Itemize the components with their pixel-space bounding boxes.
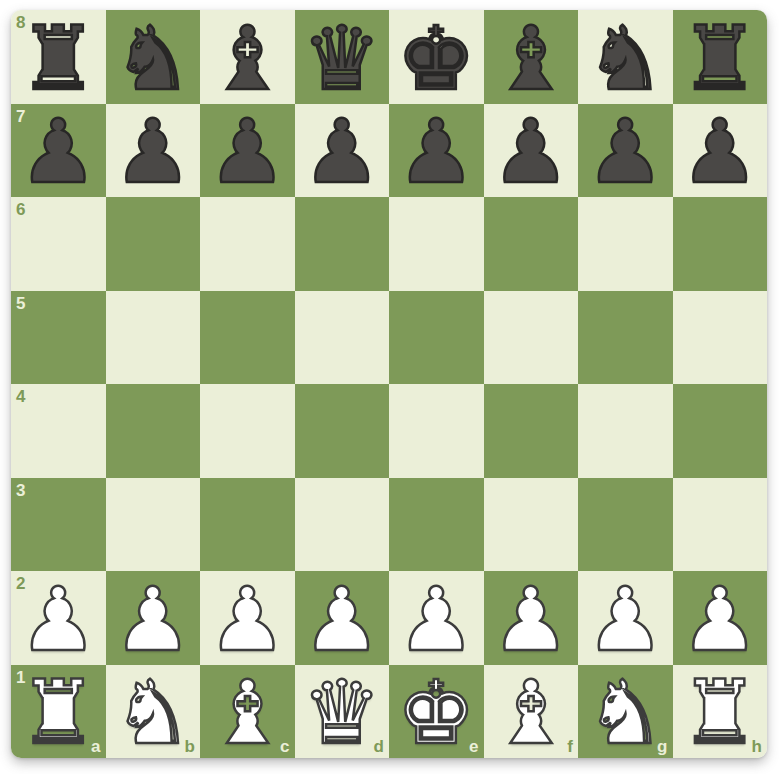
square-e2[interactable]: ♟︎ <box>389 571 484 665</box>
square-d6[interactable] <box>295 197 390 291</box>
square-d4[interactable] <box>295 384 390 478</box>
black-rook-a8[interactable]: ♜ <box>19 11 98 103</box>
square-c4[interactable] <box>200 384 295 478</box>
square-a4[interactable]: 4 <box>11 384 106 478</box>
white-king-e1[interactable]: ♚ <box>397 665 476 757</box>
square-h7[interactable]: ♟︎ <box>673 104 768 198</box>
square-c5[interactable] <box>200 291 295 385</box>
square-a6[interactable]: 6 <box>11 197 106 291</box>
white-rook-a1[interactable]: ♜ <box>19 665 98 757</box>
rank-label-1: 1 <box>16 669 25 686</box>
black-bishop-f8[interactable]: ♝ <box>491 11 570 103</box>
black-pawn-c7[interactable]: ♟︎ <box>208 104 287 196</box>
square-f8[interactable]: ♝ <box>484 10 579 104</box>
file-label-c: c <box>280 738 289 755</box>
square-c2[interactable]: ♟︎ <box>200 571 295 665</box>
square-g4[interactable] <box>578 384 673 478</box>
file-label-a: a <box>91 738 100 755</box>
black-queen-d8[interactable]: ♛ <box>302 11 381 103</box>
white-pawn-c2[interactable]: ♟︎ <box>208 572 287 664</box>
square-e5[interactable] <box>389 291 484 385</box>
square-g2[interactable]: ♟︎ <box>578 571 673 665</box>
square-h1[interactable]: h♜ <box>673 665 768 759</box>
square-b3[interactable] <box>106 478 201 572</box>
square-b2[interactable]: ♟︎ <box>106 571 201 665</box>
square-g5[interactable] <box>578 291 673 385</box>
white-pawn-h2[interactable]: ♟︎ <box>680 572 759 664</box>
square-f6[interactable] <box>484 197 579 291</box>
square-b6[interactable] <box>106 197 201 291</box>
square-c8[interactable]: ♝ <box>200 10 295 104</box>
square-e3[interactable] <box>389 478 484 572</box>
square-e6[interactable] <box>389 197 484 291</box>
square-a3[interactable]: 3 <box>11 478 106 572</box>
file-label-g: g <box>657 738 667 755</box>
black-knight-g8[interactable]: ♞ <box>586 11 665 103</box>
white-pawn-g2[interactable]: ♟︎ <box>586 572 665 664</box>
white-pawn-d2[interactable]: ♟︎ <box>302 572 381 664</box>
black-bishop-c8[interactable]: ♝ <box>208 11 287 103</box>
square-e7[interactable]: ♟︎ <box>389 104 484 198</box>
square-d3[interactable] <box>295 478 390 572</box>
square-f5[interactable] <box>484 291 579 385</box>
square-g3[interactable] <box>578 478 673 572</box>
square-b1[interactable]: b♞ <box>106 665 201 759</box>
white-pawn-f2[interactable]: ♟︎ <box>491 572 570 664</box>
rank-label-8: 8 <box>16 14 25 31</box>
white-pawn-a2[interactable]: ♟︎ <box>19 572 98 664</box>
black-pawn-f7[interactable]: ♟︎ <box>491 104 570 196</box>
square-a2[interactable]: 2♟︎ <box>11 571 106 665</box>
square-e4[interactable] <box>389 384 484 478</box>
square-d8[interactable]: ♛ <box>295 10 390 104</box>
page: 8♜♞♝♛♚♝♞♜7♟︎♟︎♟︎♟︎♟︎♟︎♟︎♟︎65432♟︎♟︎♟︎♟︎♟… <box>0 0 779 774</box>
square-a1[interactable]: 1a♜ <box>11 665 106 759</box>
square-d1[interactable]: d♛ <box>295 665 390 759</box>
black-pawn-e7[interactable]: ♟︎ <box>397 104 476 196</box>
square-b7[interactable]: ♟︎ <box>106 104 201 198</box>
file-label-d: d <box>374 738 384 755</box>
square-f2[interactable]: ♟︎ <box>484 571 579 665</box>
square-e1[interactable]: e♚ <box>389 665 484 759</box>
square-e8[interactable]: ♚ <box>389 10 484 104</box>
white-bishop-f1[interactable]: ♝ <box>491 665 570 757</box>
square-c1[interactable]: c♝ <box>200 665 295 759</box>
square-f1[interactable]: f♝ <box>484 665 579 759</box>
black-rook-h8[interactable]: ♜ <box>680 11 759 103</box>
square-h4[interactable] <box>673 384 768 478</box>
black-pawn-a7[interactable]: ♟︎ <box>19 104 98 196</box>
white-queen-d1[interactable]: ♛ <box>302 665 381 757</box>
white-pawn-b2[interactable]: ♟︎ <box>113 572 192 664</box>
square-h3[interactable] <box>673 478 768 572</box>
square-f3[interactable] <box>484 478 579 572</box>
square-d2[interactable]: ♟︎ <box>295 571 390 665</box>
square-g7[interactable]: ♟︎ <box>578 104 673 198</box>
black-pawn-d7[interactable]: ♟︎ <box>302 104 381 196</box>
white-rook-h1[interactable]: ♜ <box>680 665 759 757</box>
square-b8[interactable]: ♞ <box>106 10 201 104</box>
square-f4[interactable] <box>484 384 579 478</box>
square-d7[interactable]: ♟︎ <box>295 104 390 198</box>
white-knight-b1[interactable]: ♞ <box>113 665 192 757</box>
white-pawn-e2[interactable]: ♟︎ <box>397 572 476 664</box>
square-c7[interactable]: ♟︎ <box>200 104 295 198</box>
file-label-h: h <box>752 738 762 755</box>
square-f7[interactable]: ♟︎ <box>484 104 579 198</box>
rank-label-5: 5 <box>16 295 25 312</box>
square-a5[interactable]: 5 <box>11 291 106 385</box>
square-h8[interactable]: ♜ <box>673 10 768 104</box>
file-label-f: f <box>567 738 573 755</box>
square-h6[interactable] <box>673 197 768 291</box>
rank-label-2: 2 <box>16 575 25 592</box>
black-pawn-g7[interactable]: ♟︎ <box>586 104 665 196</box>
white-bishop-c1[interactable]: ♝ <box>208 665 287 757</box>
black-pawn-b7[interactable]: ♟︎ <box>113 104 192 196</box>
rank-label-3: 3 <box>16 482 25 499</box>
file-label-e: e <box>469 738 478 755</box>
file-label-b: b <box>185 738 195 755</box>
square-g6[interactable] <box>578 197 673 291</box>
square-a8[interactable]: 8♜ <box>11 10 106 104</box>
square-g8[interactable]: ♞ <box>578 10 673 104</box>
black-pawn-h7[interactable]: ♟︎ <box>680 104 759 196</box>
square-b4[interactable] <box>106 384 201 478</box>
square-a7[interactable]: 7♟︎ <box>11 104 106 198</box>
square-b5[interactable] <box>106 291 201 385</box>
square-h5[interactable] <box>673 291 768 385</box>
square-c6[interactable] <box>200 197 295 291</box>
square-g1[interactable]: g♞ <box>578 665 673 759</box>
square-d5[interactable] <box>295 291 390 385</box>
rank-label-4: 4 <box>16 388 25 405</box>
square-h2[interactable]: ♟︎ <box>673 571 768 665</box>
black-knight-b8[interactable]: ♞ <box>113 11 192 103</box>
rank-label-7: 7 <box>16 108 25 125</box>
rank-label-6: 6 <box>16 201 25 218</box>
black-king-e8[interactable]: ♚ <box>397 11 476 103</box>
square-c3[interactable] <box>200 478 295 572</box>
chess-board: 8♜♞♝♛♚♝♞♜7♟︎♟︎♟︎♟︎♟︎♟︎♟︎♟︎65432♟︎♟︎♟︎♟︎♟… <box>11 10 767 758</box>
white-knight-g1[interactable]: ♞ <box>586 665 665 757</box>
